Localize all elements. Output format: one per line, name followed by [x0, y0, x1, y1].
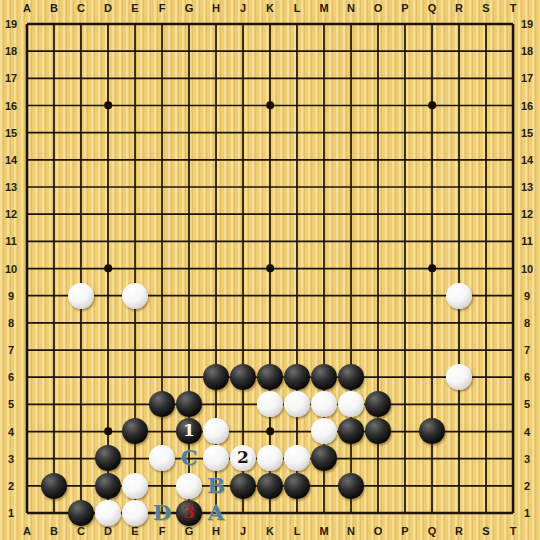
intersection-O14[interactable] — [365, 146, 392, 173]
intersection-G18[interactable] — [176, 38, 203, 65]
intersection-K12[interactable] — [257, 201, 284, 228]
intersection-S1[interactable] — [473, 499, 500, 526]
intersection-S7[interactable] — [473, 336, 500, 363]
intersection-F5[interactable] — [149, 391, 176, 418]
intersection-E3[interactable] — [122, 445, 149, 472]
intersection-N13[interactable] — [338, 173, 365, 200]
intersection-P17[interactable] — [392, 65, 419, 92]
intersection-L6[interactable] — [284, 363, 311, 390]
intersection-P15[interactable] — [392, 119, 419, 146]
intersection-J13[interactable] — [230, 173, 257, 200]
intersection-G3[interactable]: C — [176, 445, 203, 472]
intersection-L2[interactable] — [284, 472, 311, 499]
intersection-J9[interactable] — [230, 282, 257, 309]
intersection-N5[interactable] — [338, 391, 365, 418]
intersection-E17[interactable] — [122, 65, 149, 92]
intersection-N10[interactable] — [338, 255, 365, 282]
intersection-M15[interactable] — [311, 119, 338, 146]
intersection-N18[interactable] — [338, 38, 365, 65]
intersection-M2[interactable] — [311, 472, 338, 499]
intersection-D8[interactable] — [95, 309, 122, 336]
intersection-P6[interactable] — [392, 363, 419, 390]
intersection-K14[interactable] — [257, 146, 284, 173]
intersection-Q8[interactable] — [419, 309, 446, 336]
intersection-M10[interactable] — [311, 255, 338, 282]
intersection-S11[interactable] — [473, 228, 500, 255]
intersection-E1[interactable] — [122, 499, 149, 526]
intersection-N1[interactable] — [338, 499, 365, 526]
intersection-C7[interactable] — [68, 336, 95, 363]
intersection-P16[interactable] — [392, 92, 419, 119]
intersection-E13[interactable] — [122, 173, 149, 200]
intersection-D10[interactable] — [95, 255, 122, 282]
intersection-M12[interactable] — [311, 201, 338, 228]
intersection-M13[interactable] — [311, 173, 338, 200]
intersection-L8[interactable] — [284, 309, 311, 336]
intersection-C8[interactable] — [68, 309, 95, 336]
intersection-R17[interactable] — [446, 65, 473, 92]
intersection-G9[interactable] — [176, 282, 203, 309]
intersection-S18[interactable] — [473, 38, 500, 65]
intersection-L11[interactable] — [284, 228, 311, 255]
intersection-M7[interactable] — [311, 336, 338, 363]
intersection-H1[interactable]: A — [203, 499, 230, 526]
intersection-B2[interactable] — [41, 472, 68, 499]
intersection-F4[interactable] — [149, 418, 176, 445]
intersection-G5[interactable] — [176, 391, 203, 418]
intersection-D11[interactable] — [95, 228, 122, 255]
intersection-B5[interactable] — [41, 391, 68, 418]
intersection-S4[interactable] — [473, 418, 500, 445]
intersection-G6[interactable] — [176, 363, 203, 390]
intersection-L18[interactable] — [284, 38, 311, 65]
intersection-C4[interactable] — [68, 418, 95, 445]
intersection-B17[interactable] — [41, 65, 68, 92]
intersection-R18[interactable] — [446, 38, 473, 65]
intersection-F18[interactable] — [149, 38, 176, 65]
intersection-N9[interactable] — [338, 282, 365, 309]
intersection-C12[interactable] — [68, 201, 95, 228]
intersection-K8[interactable] — [257, 309, 284, 336]
intersection-O13[interactable] — [365, 173, 392, 200]
intersection-C1[interactable] — [68, 499, 95, 526]
intersection-K7[interactable] — [257, 336, 284, 363]
intersection-H7[interactable] — [203, 336, 230, 363]
intersection-S2[interactable] — [473, 472, 500, 499]
intersection-B3[interactable] — [41, 445, 68, 472]
intersection-F6[interactable] — [149, 363, 176, 390]
intersection-S9[interactable] — [473, 282, 500, 309]
intersection-S12[interactable] — [473, 201, 500, 228]
intersection-R3[interactable] — [446, 445, 473, 472]
intersection-M18[interactable] — [311, 38, 338, 65]
intersection-Q3[interactable] — [419, 445, 446, 472]
intersection-L14[interactable] — [284, 146, 311, 173]
intersection-R7[interactable] — [446, 336, 473, 363]
intersection-C2[interactable] — [68, 472, 95, 499]
intersection-E12[interactable] — [122, 201, 149, 228]
intersection-P3[interactable] — [392, 445, 419, 472]
intersection-Q2[interactable] — [419, 472, 446, 499]
intersection-E15[interactable] — [122, 119, 149, 146]
intersection-R2[interactable] — [446, 472, 473, 499]
intersection-L3[interactable] — [284, 445, 311, 472]
intersection-M8[interactable] — [311, 309, 338, 336]
intersection-O7[interactable] — [365, 336, 392, 363]
intersection-K10[interactable] — [257, 255, 284, 282]
intersection-P8[interactable] — [392, 309, 419, 336]
intersection-L12[interactable] — [284, 201, 311, 228]
intersection-J3[interactable]: 2 — [230, 445, 257, 472]
intersection-R9[interactable] — [446, 282, 473, 309]
intersection-F13[interactable] — [149, 173, 176, 200]
intersection-R4[interactable] — [446, 418, 473, 445]
intersection-Q7[interactable] — [419, 336, 446, 363]
intersection-G2[interactable] — [176, 472, 203, 499]
intersection-K1[interactable] — [257, 499, 284, 526]
intersection-C3[interactable] — [68, 445, 95, 472]
intersection-Q9[interactable] — [419, 282, 446, 309]
intersection-G1[interactable]: 3 — [176, 499, 203, 526]
intersection-S15[interactable] — [473, 119, 500, 146]
intersection-G13[interactable] — [176, 173, 203, 200]
intersection-H18[interactable] — [203, 38, 230, 65]
intersection-S3[interactable] — [473, 445, 500, 472]
intersection-K3[interactable] — [257, 445, 284, 472]
intersection-M11[interactable] — [311, 228, 338, 255]
intersection-D5[interactable] — [95, 391, 122, 418]
intersection-B10[interactable] — [41, 255, 68, 282]
intersection-F9[interactable] — [149, 282, 176, 309]
intersection-F14[interactable] — [149, 146, 176, 173]
intersection-J12[interactable] — [230, 201, 257, 228]
intersection-O1[interactable] — [365, 499, 392, 526]
intersection-L15[interactable] — [284, 119, 311, 146]
intersection-C17[interactable] — [68, 65, 95, 92]
intersection-K11[interactable] — [257, 228, 284, 255]
intersection-G15[interactable] — [176, 119, 203, 146]
intersection-F15[interactable] — [149, 119, 176, 146]
intersection-E18[interactable] — [122, 38, 149, 65]
intersection-B15[interactable] — [41, 119, 68, 146]
intersection-D6[interactable] — [95, 363, 122, 390]
intersection-O2[interactable] — [365, 472, 392, 499]
intersection-Q1[interactable] — [419, 499, 446, 526]
intersection-H10[interactable] — [203, 255, 230, 282]
intersection-L5[interactable] — [284, 391, 311, 418]
intersection-C18[interactable] — [68, 38, 95, 65]
intersection-D12[interactable] — [95, 201, 122, 228]
intersection-E5[interactable] — [122, 391, 149, 418]
intersection-N15[interactable] — [338, 119, 365, 146]
intersection-J6[interactable] — [230, 363, 257, 390]
intersection-R12[interactable] — [446, 201, 473, 228]
intersection-P10[interactable] — [392, 255, 419, 282]
intersection-L4[interactable] — [284, 418, 311, 445]
intersection-K16[interactable] — [257, 92, 284, 119]
intersection-D7[interactable] — [95, 336, 122, 363]
intersection-H5[interactable] — [203, 391, 230, 418]
intersection-Q18[interactable] — [419, 38, 446, 65]
intersection-Q13[interactable] — [419, 173, 446, 200]
intersection-R10[interactable] — [446, 255, 473, 282]
intersection-S10[interactable] — [473, 255, 500, 282]
intersection-J8[interactable] — [230, 309, 257, 336]
intersection-G4[interactable]: 1 — [176, 418, 203, 445]
intersection-G11[interactable] — [176, 228, 203, 255]
intersection-Q12[interactable] — [419, 201, 446, 228]
intersection-R11[interactable] — [446, 228, 473, 255]
intersection-N4[interactable] — [338, 418, 365, 445]
intersection-S16[interactable] — [473, 92, 500, 119]
intersection-N14[interactable] — [338, 146, 365, 173]
intersection-D18[interactable] — [95, 38, 122, 65]
intersection-N6[interactable] — [338, 363, 365, 390]
intersection-C5[interactable] — [68, 391, 95, 418]
intersection-F7[interactable] — [149, 336, 176, 363]
intersection-K13[interactable] — [257, 173, 284, 200]
intersection-E11[interactable] — [122, 228, 149, 255]
intersection-M3[interactable] — [311, 445, 338, 472]
intersection-Q15[interactable] — [419, 119, 446, 146]
intersection-P11[interactable] — [392, 228, 419, 255]
intersection-H12[interactable] — [203, 201, 230, 228]
intersection-N11[interactable] — [338, 228, 365, 255]
intersection-E10[interactable] — [122, 255, 149, 282]
intersection-R14[interactable] — [446, 146, 473, 173]
intersection-P4[interactable] — [392, 418, 419, 445]
intersection-S13[interactable] — [473, 173, 500, 200]
intersection-J11[interactable] — [230, 228, 257, 255]
intersection-D15[interactable] — [95, 119, 122, 146]
intersection-J1[interactable] — [230, 499, 257, 526]
intersection-F8[interactable] — [149, 309, 176, 336]
intersection-F3[interactable] — [149, 445, 176, 472]
intersection-D9[interactable] — [95, 282, 122, 309]
intersection-L10[interactable] — [284, 255, 311, 282]
intersection-J18[interactable] — [230, 38, 257, 65]
intersection-R15[interactable] — [446, 119, 473, 146]
intersection-E7[interactable] — [122, 336, 149, 363]
intersection-B1[interactable] — [41, 499, 68, 526]
intersection-J14[interactable] — [230, 146, 257, 173]
intersection-Q4[interactable] — [419, 418, 446, 445]
intersection-C9[interactable] — [68, 282, 95, 309]
intersection-F1[interactable]: D — [149, 499, 176, 526]
intersection-P1[interactable] — [392, 499, 419, 526]
intersection-C16[interactable] — [68, 92, 95, 119]
intersection-L1[interactable] — [284, 499, 311, 526]
intersection-K2[interactable] — [257, 472, 284, 499]
intersection-F12[interactable] — [149, 201, 176, 228]
intersection-O16[interactable] — [365, 92, 392, 119]
intersection-Q5[interactable] — [419, 391, 446, 418]
intersection-P2[interactable] — [392, 472, 419, 499]
intersection-P13[interactable] — [392, 173, 419, 200]
intersection-F2[interactable] — [149, 472, 176, 499]
intersection-N8[interactable] — [338, 309, 365, 336]
intersection-R8[interactable] — [446, 309, 473, 336]
intersection-L16[interactable] — [284, 92, 311, 119]
intersection-N16[interactable] — [338, 92, 365, 119]
intersection-B4[interactable] — [41, 418, 68, 445]
intersection-Q11[interactable] — [419, 228, 446, 255]
intersection-N17[interactable] — [338, 65, 365, 92]
intersection-S14[interactable] — [473, 146, 500, 173]
intersection-F11[interactable] — [149, 228, 176, 255]
intersection-C15[interactable] — [68, 119, 95, 146]
intersection-L9[interactable] — [284, 282, 311, 309]
intersection-O5[interactable] — [365, 391, 392, 418]
intersection-H9[interactable] — [203, 282, 230, 309]
intersection-G17[interactable] — [176, 65, 203, 92]
intersection-J7[interactable] — [230, 336, 257, 363]
intersection-L13[interactable] — [284, 173, 311, 200]
intersection-O17[interactable] — [365, 65, 392, 92]
intersection-F10[interactable] — [149, 255, 176, 282]
intersection-Q10[interactable] — [419, 255, 446, 282]
intersection-C11[interactable] — [68, 228, 95, 255]
intersection-B16[interactable] — [41, 92, 68, 119]
intersection-P7[interactable] — [392, 336, 419, 363]
intersection-K17[interactable] — [257, 65, 284, 92]
intersection-S8[interactable] — [473, 309, 500, 336]
intersection-H17[interactable] — [203, 65, 230, 92]
intersection-Q14[interactable] — [419, 146, 446, 173]
intersection-C14[interactable] — [68, 146, 95, 173]
intersection-K9[interactable] — [257, 282, 284, 309]
intersection-M17[interactable] — [311, 65, 338, 92]
intersection-J5[interactable] — [230, 391, 257, 418]
intersection-E2[interactable] — [122, 472, 149, 499]
intersection-P12[interactable] — [392, 201, 419, 228]
intersection-O12[interactable] — [365, 201, 392, 228]
intersection-B12[interactable] — [41, 201, 68, 228]
intersection-R5[interactable] — [446, 391, 473, 418]
intersection-H13[interactable] — [203, 173, 230, 200]
intersection-L17[interactable] — [284, 65, 311, 92]
intersection-D14[interactable] — [95, 146, 122, 173]
intersection-B14[interactable] — [41, 146, 68, 173]
intersection-O3[interactable] — [365, 445, 392, 472]
intersection-O6[interactable] — [365, 363, 392, 390]
intersection-J17[interactable] — [230, 65, 257, 92]
intersection-B9[interactable] — [41, 282, 68, 309]
intersection-G10[interactable] — [176, 255, 203, 282]
intersection-J2[interactable] — [230, 472, 257, 499]
intersection-L7[interactable] — [284, 336, 311, 363]
intersection-P5[interactable] — [392, 391, 419, 418]
intersection-S5[interactable] — [473, 391, 500, 418]
intersection-N12[interactable] — [338, 201, 365, 228]
intersection-P9[interactable] — [392, 282, 419, 309]
intersection-E9[interactable] — [122, 282, 149, 309]
intersection-O9[interactable] — [365, 282, 392, 309]
intersection-R16[interactable] — [446, 92, 473, 119]
intersection-B13[interactable] — [41, 173, 68, 200]
intersection-E6[interactable] — [122, 363, 149, 390]
intersection-K6[interactable] — [257, 363, 284, 390]
intersection-K18[interactable] — [257, 38, 284, 65]
intersection-B6[interactable] — [41, 363, 68, 390]
intersection-B7[interactable] — [41, 336, 68, 363]
intersection-E14[interactable] — [122, 146, 149, 173]
intersection-Q17[interactable] — [419, 65, 446, 92]
intersection-D2[interactable] — [95, 472, 122, 499]
intersection-K15[interactable] — [257, 119, 284, 146]
intersection-B18[interactable] — [41, 38, 68, 65]
intersection-H14[interactable] — [203, 146, 230, 173]
intersection-H11[interactable] — [203, 228, 230, 255]
intersection-M4[interactable] — [311, 418, 338, 445]
intersection-Q6[interactable] — [419, 363, 446, 390]
intersection-O4[interactable] — [365, 418, 392, 445]
intersection-P14[interactable] — [392, 146, 419, 173]
intersection-E16[interactable] — [122, 92, 149, 119]
intersection-D17[interactable] — [95, 65, 122, 92]
intersection-D16[interactable] — [95, 92, 122, 119]
intersection-G7[interactable] — [176, 336, 203, 363]
intersection-C6[interactable] — [68, 363, 95, 390]
intersection-S6[interactable] — [473, 363, 500, 390]
intersection-P18[interactable] — [392, 38, 419, 65]
intersection-N2[interactable] — [338, 472, 365, 499]
intersection-R6[interactable] — [446, 363, 473, 390]
intersection-H6[interactable] — [203, 363, 230, 390]
intersection-K5[interactable] — [257, 391, 284, 418]
intersection-H8[interactable] — [203, 309, 230, 336]
intersection-E4[interactable] — [122, 418, 149, 445]
intersection-M16[interactable] — [311, 92, 338, 119]
intersection-H16[interactable] — [203, 92, 230, 119]
intersection-O10[interactable] — [365, 255, 392, 282]
intersection-C13[interactable] — [68, 173, 95, 200]
intersection-F17[interactable] — [149, 65, 176, 92]
intersection-G16[interactable] — [176, 92, 203, 119]
intersection-F16[interactable] — [149, 92, 176, 119]
intersection-J10[interactable] — [230, 255, 257, 282]
intersection-D13[interactable] — [95, 173, 122, 200]
intersection-J15[interactable] — [230, 119, 257, 146]
intersection-K4[interactable] — [257, 418, 284, 445]
intersection-R13[interactable] — [446, 173, 473, 200]
intersection-S17[interactable] — [473, 65, 500, 92]
intersection-B8[interactable] — [41, 309, 68, 336]
intersection-H15[interactable] — [203, 119, 230, 146]
intersection-M9[interactable] — [311, 282, 338, 309]
intersection-M6[interactable] — [311, 363, 338, 390]
intersection-Q16[interactable] — [419, 92, 446, 119]
intersection-H3[interactable] — [203, 445, 230, 472]
intersection-N7[interactable] — [338, 336, 365, 363]
intersection-D1[interactable] — [95, 499, 122, 526]
intersection-D4[interactable] — [95, 418, 122, 445]
intersection-G12[interactable] — [176, 201, 203, 228]
intersection-J16[interactable] — [230, 92, 257, 119]
intersection-D3[interactable] — [95, 445, 122, 472]
intersection-M5[interactable] — [311, 391, 338, 418]
intersection-E8[interactable] — [122, 309, 149, 336]
intersection-B11[interactable] — [41, 228, 68, 255]
intersection-O11[interactable] — [365, 228, 392, 255]
intersection-H4[interactable] — [203, 418, 230, 445]
intersection-N3[interactable] — [338, 445, 365, 472]
intersection-M1[interactable] — [311, 499, 338, 526]
intersection-M14[interactable] — [311, 146, 338, 173]
intersection-G8[interactable] — [176, 309, 203, 336]
intersection-C10[interactable] — [68, 255, 95, 282]
intersection-O15[interactable] — [365, 119, 392, 146]
